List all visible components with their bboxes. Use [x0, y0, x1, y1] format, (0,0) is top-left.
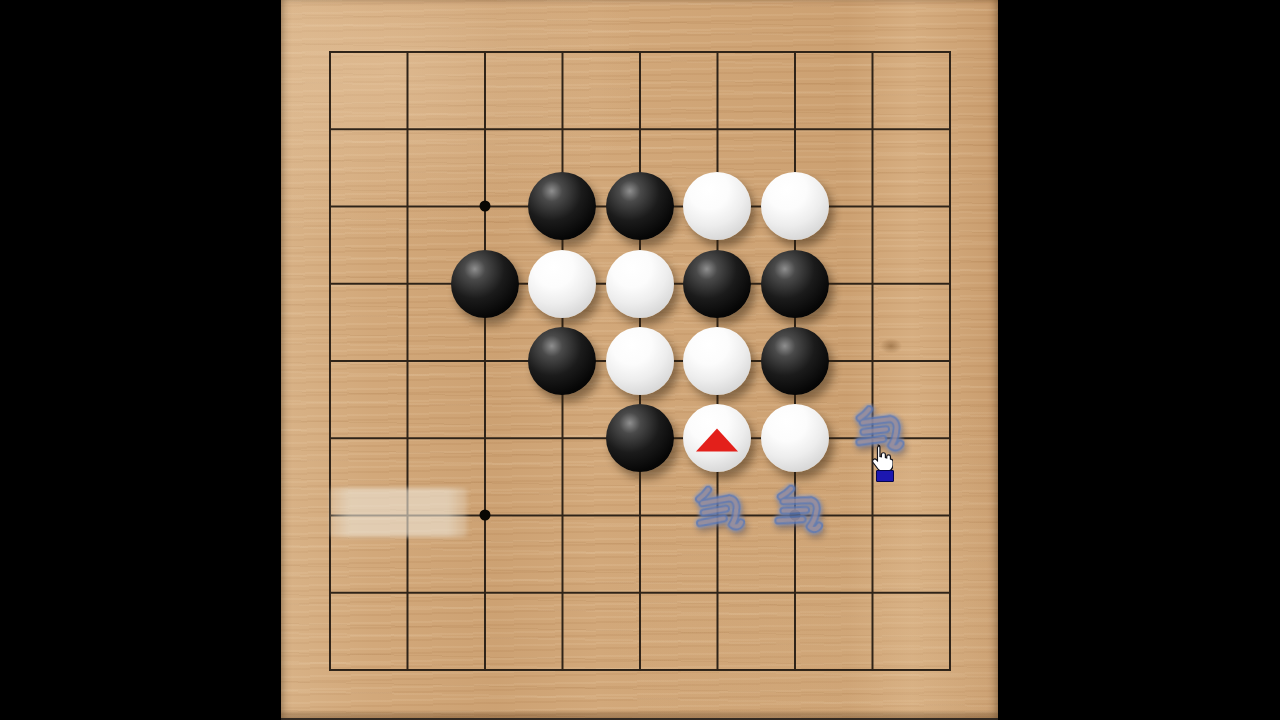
black-stone[interactable]	[606, 404, 674, 472]
star-point	[479, 201, 490, 212]
letterbox-left	[0, 0, 281, 720]
white-stone[interactable]	[683, 327, 751, 395]
letterbox-right	[998, 0, 1280, 720]
white-stone[interactable]	[606, 327, 674, 395]
liberty-marker	[688, 481, 747, 540]
black-stone[interactable]	[606, 172, 674, 240]
black-stone[interactable]	[761, 250, 829, 318]
video-frame	[0, 0, 1280, 720]
triangle-marker	[696, 429, 738, 452]
black-stone[interactable]	[451, 250, 519, 318]
black-stone[interactable]	[761, 327, 829, 395]
watermark-blur	[330, 488, 467, 537]
white-stone[interactable]	[683, 172, 751, 240]
white-stone[interactable]	[528, 250, 596, 318]
black-stone[interactable]	[528, 172, 596, 240]
go-board[interactable]	[281, 0, 998, 720]
liberty-marker	[768, 482, 825, 539]
star-point	[479, 510, 490, 521]
white-stone[interactable]	[761, 404, 829, 472]
black-stone[interactable]	[683, 250, 751, 318]
white-stone[interactable]	[761, 172, 829, 240]
board-grid[interactable]	[329, 51, 951, 671]
black-stone[interactable]	[528, 327, 596, 395]
liberty-marker	[849, 402, 905, 458]
white-stone[interactable]	[606, 250, 674, 318]
